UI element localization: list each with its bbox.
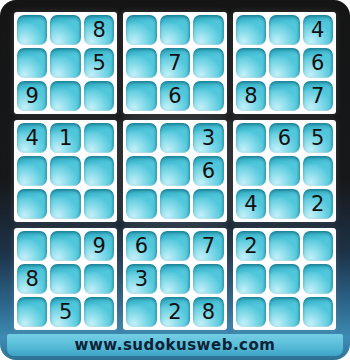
cell-r2c3[interactable]: 5 <box>84 48 114 78</box>
sudoku-box-4: 41 <box>14 120 117 222</box>
sudoku-box-1: 859 <box>14 12 117 114</box>
cell-r8c7[interactable] <box>236 264 266 294</box>
cell-r7c7[interactable]: 2 <box>236 231 266 261</box>
cell-r2c5[interactable]: 7 <box>160 48 190 78</box>
cell-r2c7[interactable] <box>236 48 266 78</box>
cell-r8c9[interactable] <box>303 264 333 294</box>
cell-r5c6[interactable]: 6 <box>193 156 223 186</box>
cell-r6c3[interactable] <box>84 189 114 219</box>
sudoku-box-3: 4687 <box>233 12 336 114</box>
cell-r4c1[interactable]: 4 <box>17 123 47 153</box>
cell-r4c8[interactable]: 6 <box>269 123 299 153</box>
cell-r5c1[interactable] <box>17 156 47 186</box>
cell-r8c8[interactable] <box>269 264 299 294</box>
cell-r8c1[interactable]: 8 <box>17 264 47 294</box>
cell-r2c6[interactable] <box>193 48 223 78</box>
cell-r6c2[interactable] <box>50 189 80 219</box>
cell-r1c6[interactable] <box>193 15 223 45</box>
cell-r5c2[interactable] <box>50 156 80 186</box>
cell-r3c6[interactable] <box>193 81 223 111</box>
cell-r7c4[interactable]: 6 <box>126 231 156 261</box>
cell-r5c3[interactable] <box>84 156 114 186</box>
sudoku-widget-frame: 85976468741366542985673282 www.sudokuswe… <box>0 0 350 360</box>
cell-r9c5[interactable]: 2 <box>160 297 190 327</box>
cell-r9c9[interactable] <box>303 297 333 327</box>
cell-r3c5[interactable]: 6 <box>160 81 190 111</box>
cell-r6c4[interactable] <box>126 189 156 219</box>
cell-r2c8[interactable] <box>269 48 299 78</box>
cell-r6c1[interactable] <box>17 189 47 219</box>
cell-r1c7[interactable] <box>236 15 266 45</box>
cell-r3c8[interactable] <box>269 81 299 111</box>
cell-r7c1[interactable] <box>17 231 47 261</box>
cell-r6c6[interactable] <box>193 189 223 219</box>
cell-r3c2[interactable] <box>50 81 80 111</box>
cell-r7c6[interactable]: 7 <box>193 231 223 261</box>
cell-r4c4[interactable] <box>126 123 156 153</box>
sudoku-box-7: 985 <box>14 228 117 330</box>
cell-r7c8[interactable] <box>269 231 299 261</box>
sudoku-box-2: 76 <box>123 12 226 114</box>
cell-r3c4[interactable] <box>126 81 156 111</box>
cell-r1c9[interactable]: 4 <box>303 15 333 45</box>
cell-r8c3[interactable] <box>84 264 114 294</box>
cell-r8c6[interactable] <box>193 264 223 294</box>
cell-r9c1[interactable] <box>17 297 47 327</box>
cell-r1c2[interactable] <box>50 15 80 45</box>
cell-r6c5[interactable] <box>160 189 190 219</box>
sudoku-box-8: 67328 <box>123 228 226 330</box>
cell-r1c5[interactable] <box>160 15 190 45</box>
cell-r4c7[interactable] <box>236 123 266 153</box>
cell-r9c2[interactable]: 5 <box>50 297 80 327</box>
cell-r5c8[interactable] <box>269 156 299 186</box>
cell-r1c3[interactable]: 8 <box>84 15 114 45</box>
cell-r4c2[interactable]: 1 <box>50 123 80 153</box>
cell-r5c9[interactable] <box>303 156 333 186</box>
cell-r2c1[interactable] <box>17 48 47 78</box>
cell-r6c8[interactable] <box>269 189 299 219</box>
sudoku-box-5: 36 <box>123 120 226 222</box>
cell-r5c7[interactable] <box>236 156 266 186</box>
cell-r1c4[interactable] <box>126 15 156 45</box>
cell-r4c6[interactable]: 3 <box>193 123 223 153</box>
cell-r9c6[interactable]: 8 <box>193 297 223 327</box>
cell-r9c4[interactable] <box>126 297 156 327</box>
cell-r7c2[interactable] <box>50 231 80 261</box>
cell-r8c5[interactable] <box>160 264 190 294</box>
cell-r7c3[interactable]: 9 <box>84 231 114 261</box>
cell-r1c8[interactable] <box>269 15 299 45</box>
cell-r4c5[interactable] <box>160 123 190 153</box>
cell-r5c5[interactable] <box>160 156 190 186</box>
cell-r8c2[interactable] <box>50 264 80 294</box>
cell-r9c7[interactable] <box>236 297 266 327</box>
cell-r9c3[interactable] <box>84 297 114 327</box>
cell-r7c9[interactable] <box>303 231 333 261</box>
cell-r2c2[interactable] <box>50 48 80 78</box>
cell-r4c3[interactable] <box>84 123 114 153</box>
cell-r5c4[interactable] <box>126 156 156 186</box>
cell-r3c9[interactable]: 7 <box>303 81 333 111</box>
sudoku-box-6: 6542 <box>233 120 336 222</box>
cell-r3c3[interactable] <box>84 81 114 111</box>
cell-r8c4[interactable]: 3 <box>126 264 156 294</box>
cell-r7c5[interactable] <box>160 231 190 261</box>
sudoku-board: 85976468741366542985673282 <box>14 12 336 330</box>
site-link[interactable]: www.sudokusweb.com <box>75 336 276 354</box>
cell-r6c7[interactable]: 4 <box>236 189 266 219</box>
cell-r2c4[interactable] <box>126 48 156 78</box>
cell-r1c1[interactable] <box>17 15 47 45</box>
cell-r3c7[interactable]: 8 <box>236 81 266 111</box>
sudoku-box-9: 2 <box>233 228 336 330</box>
cell-r9c8[interactable] <box>269 297 299 327</box>
footer-banner: www.sudokusweb.com <box>7 334 343 356</box>
cell-r2c9[interactable]: 6 <box>303 48 333 78</box>
cell-r4c9[interactable]: 5 <box>303 123 333 153</box>
cell-r3c1[interactable]: 9 <box>17 81 47 111</box>
cell-r6c9[interactable]: 2 <box>303 189 333 219</box>
